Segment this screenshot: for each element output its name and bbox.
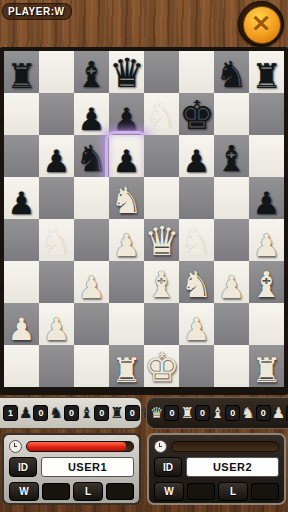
close-button[interactable]: ✕ <box>238 1 284 47</box>
square-d3[interactable] <box>109 261 144 303</box>
player1-timer-bar <box>26 441 134 452</box>
player1-timer-row <box>9 439 134 453</box>
square-e6[interactable] <box>144 135 179 177</box>
square-d1[interactable]: ♜ <box>109 345 144 387</box>
square-g2[interactable] <box>214 303 249 345</box>
player2-id-label: ID <box>154 457 182 477</box>
white-bishop-e3[interactable]: ♝ <box>144 267 179 303</box>
square-c5[interactable] <box>74 177 109 219</box>
square-g4[interactable] <box>214 219 249 261</box>
square-f7[interactable]: ♚ <box>179 93 214 135</box>
player2-timer-row <box>154 439 279 453</box>
square-g6[interactable]: ♝ <box>214 135 249 177</box>
square-b1[interactable] <box>39 345 74 387</box>
square-e2[interactable] <box>144 303 179 345</box>
player1-panel: ID USER1 W L <box>2 433 141 505</box>
square-h8[interactable]: ♜ <box>249 51 284 93</box>
close-x-icon: ✕ <box>239 2 283 46</box>
white-pawn-h4[interactable]: ♟ <box>249 230 284 261</box>
player2-panel: ID USER2 W L <box>147 433 286 505</box>
square-h3[interactable]: ♝ <box>249 261 284 303</box>
player2-name: USER2 <box>186 457 279 477</box>
black-knight-g8[interactable]: ♞ <box>214 57 249 93</box>
clock-icon <box>154 440 167 453</box>
square-d4[interactable]: ♟ <box>109 219 144 261</box>
black-pawn-b6[interactable]: ♟ <box>39 146 74 177</box>
square-b6[interactable]: ♟ <box>39 135 74 177</box>
black-bishop-c8[interactable]: ♝ <box>74 57 109 93</box>
black-bishop-g6[interactable]: ♝ <box>214 141 249 177</box>
player-turn-badge: PLAYER:W <box>2 3 72 20</box>
square-d6[interactable]: ♟ <box>109 135 144 177</box>
captured-count-black-pawn: 1 <box>3 405 18 421</box>
square-c6[interactable]: ♞ <box>74 135 109 177</box>
black-pawn-c7[interactable]: ♟ <box>74 104 109 135</box>
captured-black-tray: 1♟0♞0♝0♜0♛ <box>0 397 142 429</box>
square-c7[interactable]: ♟ <box>74 93 109 135</box>
square-c3[interactable]: ♟ <box>74 261 109 303</box>
square-e8[interactable] <box>144 51 179 93</box>
white-pawn-b2[interactable]: ♟ <box>39 314 74 345</box>
captured-count-black-queen: 0 <box>125 405 140 421</box>
white-queen-icon: ♛ <box>150 406 163 421</box>
black-king-f7[interactable]: ♚ <box>179 95 214 135</box>
captured-white-tray: ♛0♜0♝0♞0♟1 <box>146 397 288 429</box>
square-a7[interactable] <box>4 93 39 135</box>
white-pawn-d4[interactable]: ♟ <box>109 230 144 261</box>
square-g8[interactable]: ♞ <box>214 51 249 93</box>
ghost-white-knight-e7: ♞ <box>144 99 179 135</box>
player1-name: USER1 <box>41 457 134 477</box>
black-knight-c6[interactable]: ♞ <box>74 141 109 177</box>
square-b3[interactable] <box>39 261 74 303</box>
white-knight-icon: ♞ <box>241 406 254 421</box>
square-f1[interactable] <box>179 345 214 387</box>
player2-win-label: W <box>154 482 184 501</box>
square-g5[interactable] <box>214 177 249 219</box>
square-e7[interactable]: ♞ <box>144 93 179 135</box>
square-c1[interactable] <box>74 345 109 387</box>
black-pawn-f6[interactable]: ♟ <box>179 146 214 177</box>
square-a1[interactable] <box>4 345 39 387</box>
white-knight-d5[interactable]: ♞ <box>109 183 144 219</box>
player1-loss-label: L <box>73 482 103 501</box>
square-c4[interactable] <box>74 219 109 261</box>
square-a8[interactable]: ♜ <box>4 51 39 93</box>
white-pawn-f2[interactable]: ♟ <box>179 314 214 345</box>
black-pawn-d6[interactable]: ♟ <box>109 146 144 177</box>
black-rook-h8[interactable]: ♜ <box>249 59 284 93</box>
square-h4[interactable]: ♟ <box>249 219 284 261</box>
square-f3[interactable]: ♞ <box>179 261 214 303</box>
square-e5[interactable] <box>144 177 179 219</box>
black-bishop-icon: ♝ <box>80 406 93 421</box>
square-a3[interactable] <box>4 261 39 303</box>
black-knight-icon: ♞ <box>49 406 62 421</box>
square-a5[interactable]: ♟ <box>4 177 39 219</box>
white-pawn-icon: ♟ <box>272 406 285 421</box>
square-f2[interactable]: ♟ <box>179 303 214 345</box>
player1-win-label: W <box>9 482 39 501</box>
white-knight-f3[interactable]: ♞ <box>179 267 214 303</box>
square-g1[interactable] <box>214 345 249 387</box>
black-pawn-h5[interactable]: ♟ <box>249 188 284 219</box>
square-h5[interactable]: ♟ <box>249 177 284 219</box>
captured-count-white-queen: 0 <box>164 405 179 421</box>
white-bishop-icon: ♝ <box>211 406 224 421</box>
ghost-white-knight-b4: ♞ <box>39 225 74 261</box>
player2-loss-value <box>251 483 279 500</box>
player2-timer-bar <box>171 441 279 452</box>
captured-count-white-rook: 0 <box>195 405 210 421</box>
player1-timer-fill <box>27 442 126 451</box>
square-f8[interactable] <box>179 51 214 93</box>
white-king-e1[interactable]: ♚ <box>144 347 179 387</box>
clock-icon <box>9 440 22 453</box>
white-pawn-a2[interactable]: ♟ <box>4 314 39 345</box>
black-pawn-a5[interactable]: ♟ <box>4 188 39 219</box>
captured-count-black-rook: 0 <box>94 405 109 421</box>
square-a2[interactable]: ♟ <box>4 303 39 345</box>
square-f5[interactable] <box>179 177 214 219</box>
black-rook-icon: ♜ <box>110 406 123 421</box>
board-frame: ♜♝♛♞♜♟♟♞♚♟♞♟♟♝♟♞♟♞♟♛♞♟♟♝♞♟♝♟♟♟♜♚♜ <box>0 47 288 395</box>
square-d7[interactable]: ♟ <box>109 93 144 135</box>
player2-loss-label: L <box>218 482 248 501</box>
square-e1[interactable]: ♚ <box>144 345 179 387</box>
square-e4[interactable]: ♛ <box>144 219 179 261</box>
black-rook-a8[interactable]: ♜ <box>4 59 39 93</box>
square-f4[interactable]: ♞ <box>179 219 214 261</box>
captured-count-white-pawn: 1 <box>286 405 288 421</box>
square-b8[interactable] <box>39 51 74 93</box>
player2-win-value <box>187 483 215 500</box>
ghost-white-knight-f4: ♞ <box>179 225 214 261</box>
black-pawn-d7[interactable]: ♟ <box>109 104 144 135</box>
captured-count-white-bishop: 0 <box>225 405 240 421</box>
captured-count-black-bishop: 0 <box>64 405 79 421</box>
square-h1[interactable]: ♜ <box>249 345 284 387</box>
square-g3[interactable]: ♟ <box>214 261 249 303</box>
square-b7[interactable] <box>39 93 74 135</box>
white-bishop-h3[interactable]: ♝ <box>249 267 284 303</box>
player1-id-label: ID <box>9 457 37 477</box>
square-f6[interactable]: ♟ <box>179 135 214 177</box>
black-pawn-icon: ♟ <box>19 406 32 421</box>
square-h7[interactable] <box>249 93 284 135</box>
white-pawn-c3[interactable]: ♟ <box>74 272 109 303</box>
square-e3[interactable]: ♝ <box>144 261 179 303</box>
white-rook-d1[interactable]: ♜ <box>109 353 144 387</box>
square-c2[interactable] <box>74 303 109 345</box>
white-rook-icon: ♜ <box>180 406 193 421</box>
square-h2[interactable] <box>249 303 284 345</box>
square-b2[interactable]: ♟ <box>39 303 74 345</box>
white-queen-e4[interactable]: ♛ <box>144 221 179 261</box>
white-rook-h1[interactable]: ♜ <box>249 353 284 387</box>
square-c8[interactable]: ♝ <box>74 51 109 93</box>
square-d8[interactable]: ♛ <box>109 51 144 93</box>
square-d5[interactable]: ♞ <box>109 177 144 219</box>
square-h6[interactable] <box>249 135 284 177</box>
captured-count-white-knight: 0 <box>256 405 271 421</box>
captured-count-black-knight: 0 <box>33 405 48 421</box>
black-queen-d8[interactable]: ♛ <box>109 53 144 93</box>
square-d2[interactable] <box>109 303 144 345</box>
player1-loss-value <box>106 483 134 500</box>
player1-win-value <box>42 483 70 500</box>
white-pawn-g3[interactable]: ♟ <box>214 272 249 303</box>
square-b5[interactable] <box>39 177 74 219</box>
square-b4[interactable]: ♞ <box>39 219 74 261</box>
chess-app-screen: PLAYER:W ✕ ♜♝♛♞♜♟♟♞♚♟♞♟♟♝♟♞♟♞♟♛♞♟♟♝♞♟♝♟♟… <box>0 0 288 512</box>
square-a6[interactable] <box>4 135 39 177</box>
square-g7[interactable] <box>214 93 249 135</box>
square-a4[interactable] <box>4 219 39 261</box>
chess-board: ♜♝♛♞♜♟♟♞♚♟♞♟♟♝♟♞♟♞♟♛♞♟♟♝♞♟♝♟♟♟♜♚♜ <box>4 51 284 387</box>
